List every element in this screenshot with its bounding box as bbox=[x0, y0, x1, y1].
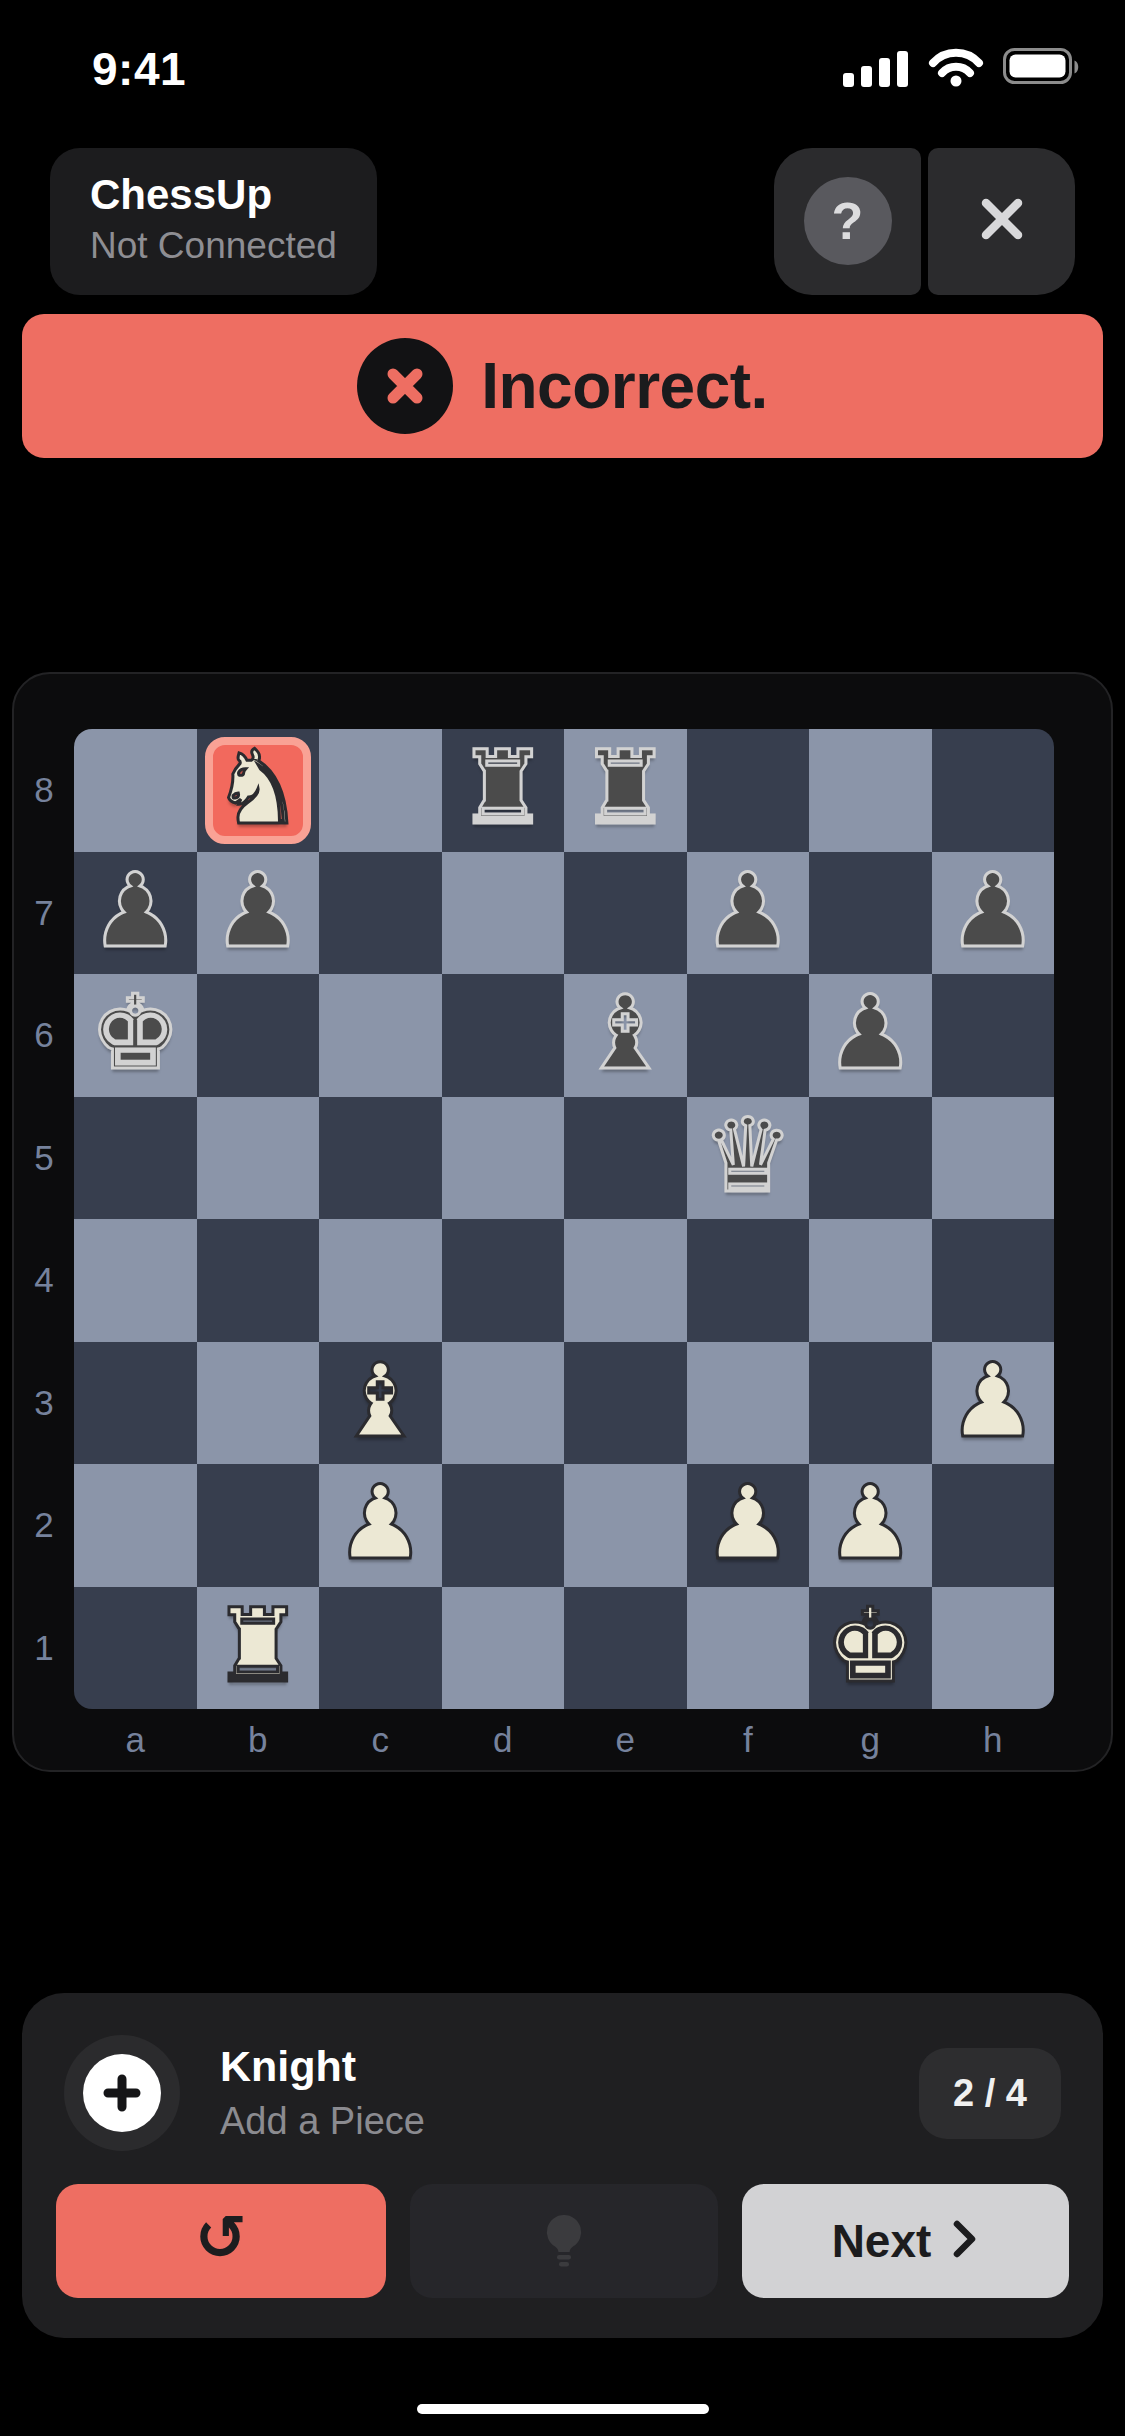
help-button[interactable]: ? bbox=[774, 148, 921, 295]
square-f2[interactable]: ♟ bbox=[687, 1464, 810, 1587]
file-label-f: f bbox=[687, 1712, 810, 1768]
panel-title: Knight bbox=[220, 2043, 425, 2090]
white-knight: ♞ bbox=[212, 737, 303, 839]
connection-status: Not Connected bbox=[90, 226, 337, 267]
square-g3[interactable] bbox=[809, 1342, 932, 1465]
square-c8[interactable] bbox=[319, 729, 442, 852]
square-c3[interactable]: ♝ bbox=[319, 1342, 442, 1465]
black-bishop: ♝ bbox=[580, 982, 671, 1084]
square-f5[interactable]: ♛ bbox=[687, 1097, 810, 1220]
close-button[interactable] bbox=[928, 148, 1075, 295]
file-label-c: c bbox=[319, 1712, 442, 1768]
square-b4[interactable] bbox=[197, 1219, 320, 1342]
white-king: ♚ bbox=[825, 1595, 916, 1697]
white-pawn: ♟ bbox=[825, 1472, 916, 1574]
board-grid: ♞♜♜♟♟♟♟♚♝♟♛♝♟♟♟♟♜♚ bbox=[74, 729, 1054, 1709]
hint-button[interactable] bbox=[410, 2184, 718, 2298]
device-status-chip[interactable]: ChessUp Not Connected bbox=[50, 148, 377, 295]
square-a1[interactable] bbox=[74, 1587, 197, 1710]
square-a8[interactable] bbox=[74, 729, 197, 852]
white-pawn: ♟ bbox=[947, 1350, 1038, 1452]
square-b6[interactable] bbox=[197, 974, 320, 1097]
square-d6[interactable] bbox=[442, 974, 565, 1097]
file-label-a: a bbox=[74, 1712, 197, 1768]
square-c5[interactable] bbox=[319, 1097, 442, 1220]
file-label-d: d bbox=[442, 1712, 565, 1768]
white-rook: ♜ bbox=[212, 1595, 303, 1697]
square-a6[interactable]: ♚ bbox=[74, 974, 197, 1097]
square-h3[interactable]: ♟ bbox=[932, 1342, 1055, 1465]
square-c6[interactable] bbox=[319, 974, 442, 1097]
black-queen: ♛ bbox=[702, 1105, 793, 1207]
square-b3[interactable] bbox=[197, 1342, 320, 1465]
plus-icon bbox=[83, 2054, 161, 2132]
square-e1[interactable] bbox=[564, 1587, 687, 1710]
black-pawn: ♟ bbox=[947, 860, 1038, 962]
black-pawn: ♟ bbox=[825, 982, 916, 1084]
square-d5[interactable] bbox=[442, 1097, 565, 1220]
square-c2[interactable]: ♟ bbox=[319, 1464, 442, 1587]
square-f4[interactable] bbox=[687, 1219, 810, 1342]
screen: { "game": "chess", "position": { "fen": … bbox=[0, 0, 1125, 2436]
battery-icon bbox=[1003, 48, 1081, 90]
panel-subtitle: Add a Piece bbox=[220, 2101, 425, 2143]
home-indicator[interactable] bbox=[417, 2404, 709, 2414]
error-x-icon bbox=[357, 338, 453, 434]
square-c4[interactable] bbox=[319, 1219, 442, 1342]
black-rook: ♜ bbox=[457, 737, 548, 839]
rank-label-8: 8 bbox=[14, 729, 74, 852]
file-label-b: b bbox=[197, 1712, 320, 1768]
black-pawn: ♟ bbox=[90, 860, 181, 962]
close-icon bbox=[973, 190, 1031, 252]
panel-info-row: Knight Add a Piece 2 / 4 bbox=[64, 2035, 1061, 2151]
square-e5[interactable] bbox=[564, 1097, 687, 1220]
square-a2[interactable] bbox=[74, 1464, 197, 1587]
board-container: 87654321 ♞♜♜♟♟♟♟♚♝♟♛♝♟♟♟♟♜♚ abcdefgh bbox=[12, 672, 1113, 1772]
white-pawn: ♟ bbox=[335, 1472, 426, 1574]
question-mark-icon: ? bbox=[804, 177, 892, 265]
square-g4[interactable] bbox=[809, 1219, 932, 1342]
square-g6[interactable]: ♟ bbox=[809, 974, 932, 1097]
progress-badge: 2 / 4 bbox=[919, 2048, 1061, 2139]
square-c7[interactable] bbox=[319, 852, 442, 975]
undo-button[interactable]: ↺ bbox=[56, 2184, 386, 2298]
panel-actions: ↺ Next bbox=[56, 2184, 1069, 2298]
square-e3[interactable] bbox=[564, 1342, 687, 1465]
add-piece-button[interactable] bbox=[64, 2035, 180, 2151]
square-h1[interactable] bbox=[932, 1587, 1055, 1710]
header-button-group: ? bbox=[774, 148, 1075, 295]
rank-label-3: 3 bbox=[14, 1342, 74, 1465]
square-h4[interactable] bbox=[932, 1219, 1055, 1342]
rank-label-7: 7 bbox=[14, 852, 74, 975]
square-e6[interactable]: ♝ bbox=[564, 974, 687, 1097]
square-f8[interactable] bbox=[687, 729, 810, 852]
banner-message: Incorrect. bbox=[481, 349, 768, 423]
rank-label-2: 2 bbox=[14, 1464, 74, 1587]
file-label-h: h bbox=[932, 1712, 1055, 1768]
white-pawn: ♟ bbox=[702, 1472, 793, 1574]
lightbulb-icon bbox=[532, 2207, 596, 2275]
next-button[interactable]: Next bbox=[742, 2184, 1069, 2298]
header: ChessUp Not Connected ? bbox=[50, 148, 1075, 295]
black-king: ♚ bbox=[90, 982, 181, 1084]
square-d7[interactable] bbox=[442, 852, 565, 975]
device-name: ChessUp bbox=[90, 172, 337, 218]
wifi-icon bbox=[927, 47, 985, 91]
cellular-signal-icon bbox=[843, 47, 909, 91]
square-d3[interactable] bbox=[442, 1342, 565, 1465]
square-a3[interactable] bbox=[74, 1342, 197, 1465]
square-f6[interactable] bbox=[687, 974, 810, 1097]
square-b7[interactable]: ♟ bbox=[197, 852, 320, 975]
square-b2[interactable] bbox=[197, 1464, 320, 1587]
next-label: Next bbox=[832, 2214, 932, 2268]
rank-label-5: 5 bbox=[14, 1097, 74, 1220]
panel-text: Knight Add a Piece bbox=[220, 2043, 425, 2142]
file-label-e: e bbox=[564, 1712, 687, 1768]
square-e7[interactable] bbox=[564, 852, 687, 975]
square-e4[interactable] bbox=[564, 1219, 687, 1342]
square-a4[interactable] bbox=[74, 1219, 197, 1342]
square-g8[interactable] bbox=[809, 729, 932, 852]
rank-label-1: 1 bbox=[14, 1587, 74, 1710]
file-labels: abcdefgh bbox=[74, 1712, 1054, 1768]
square-d1[interactable] bbox=[442, 1587, 565, 1710]
square-e2[interactable] bbox=[564, 1464, 687, 1587]
black-pawn: ♟ bbox=[702, 860, 793, 962]
white-bishop: ♝ bbox=[335, 1350, 426, 1452]
square-e8[interactable]: ♜ bbox=[564, 729, 687, 852]
square-d2[interactable] bbox=[442, 1464, 565, 1587]
square-h7[interactable]: ♟ bbox=[932, 852, 1055, 975]
square-b1[interactable]: ♜ bbox=[197, 1587, 320, 1710]
chevron-right-icon bbox=[951, 2217, 979, 2265]
square-b5[interactable] bbox=[197, 1097, 320, 1220]
square-d8[interactable]: ♜ bbox=[442, 729, 565, 852]
square-b8[interactable]: ♞ bbox=[197, 729, 320, 852]
rank-labels: 87654321 bbox=[14, 729, 74, 1709]
square-h2[interactable] bbox=[932, 1464, 1055, 1587]
square-a7[interactable]: ♟ bbox=[74, 852, 197, 975]
status-bar: 9:41 bbox=[92, 36, 1081, 102]
square-h5[interactable] bbox=[932, 1097, 1055, 1220]
file-label-g: g bbox=[809, 1712, 932, 1768]
square-g5[interactable] bbox=[809, 1097, 932, 1220]
square-g2[interactable]: ♟ bbox=[809, 1464, 932, 1587]
black-pawn: ♟ bbox=[212, 860, 303, 962]
square-d4[interactable] bbox=[442, 1219, 565, 1342]
square-a5[interactable] bbox=[74, 1097, 197, 1220]
square-g1[interactable]: ♚ bbox=[809, 1587, 932, 1710]
square-g7[interactable] bbox=[809, 852, 932, 975]
square-h6[interactable] bbox=[932, 974, 1055, 1097]
square-f1[interactable] bbox=[687, 1587, 810, 1710]
black-rook: ♜ bbox=[580, 737, 671, 839]
undo-icon: ↺ bbox=[195, 2207, 247, 2269]
square-f3[interactable] bbox=[687, 1342, 810, 1465]
status-time: 9:41 bbox=[92, 42, 186, 96]
incorrect-banner: Incorrect. bbox=[22, 314, 1103, 458]
square-f7[interactable]: ♟ bbox=[687, 852, 810, 975]
rank-label-4: 4 bbox=[14, 1219, 74, 1342]
status-icons bbox=[843, 47, 1081, 91]
bottom-panel: Knight Add a Piece 2 / 4 ↺ Next bbox=[22, 1993, 1103, 2338]
square-c1[interactable] bbox=[319, 1587, 442, 1710]
rank-label-6: 6 bbox=[14, 974, 74, 1097]
square-h8[interactable] bbox=[932, 729, 1055, 852]
